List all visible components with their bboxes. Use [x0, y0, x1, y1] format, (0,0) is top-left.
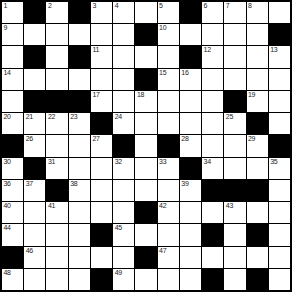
black-cell: [180, 46, 201, 67]
black-cell: [247, 269, 268, 290]
clue-number: 38: [70, 180, 77, 188]
white-cell[interactable]: 34: [202, 158, 223, 179]
white-cell[interactable]: [224, 158, 245, 179]
white-cell[interactable]: [224, 247, 245, 268]
white-cell[interactable]: [180, 224, 201, 245]
clue-number: 15: [159, 69, 166, 77]
black-cell: [2, 135, 23, 156]
white-cell[interactable]: [113, 24, 134, 45]
clue-number: 19: [248, 91, 255, 99]
white-cell[interactable]: [69, 247, 90, 268]
black-cell: [91, 224, 112, 245]
clue-number: 5: [159, 2, 163, 10]
white-cell[interactable]: [69, 202, 90, 223]
clue-number: 43: [226, 202, 233, 210]
clue-number: 13: [270, 46, 277, 54]
black-cell: [69, 46, 90, 67]
white-cell[interactable]: 31: [46, 158, 67, 179]
white-cell[interactable]: 29: [247, 135, 268, 156]
white-cell[interactable]: [69, 224, 90, 245]
white-cell[interactable]: 43: [224, 202, 245, 223]
black-cell: [91, 269, 112, 290]
clue-number: 4: [115, 2, 119, 10]
white-cell[interactable]: 30: [2, 158, 23, 179]
white-cell[interactable]: [158, 91, 179, 112]
white-cell[interactable]: [135, 180, 156, 201]
clue-number: 40: [4, 202, 11, 210]
white-cell[interactable]: 33: [158, 158, 179, 179]
clue-number: 30: [4, 158, 11, 166]
white-cell[interactable]: [135, 135, 156, 156]
white-cell[interactable]: [46, 135, 67, 156]
white-cell[interactable]: [269, 69, 290, 90]
white-cell[interactable]: [180, 91, 201, 112]
clue-number: 16: [181, 69, 188, 77]
white-cell[interactable]: 8: [247, 2, 268, 23]
white-cell[interactable]: [224, 269, 245, 290]
black-cell: [113, 135, 134, 156]
clue-number: 22: [48, 113, 55, 121]
white-cell[interactable]: 23: [69, 113, 90, 134]
white-cell[interactable]: 40: [2, 202, 23, 223]
black-cell: [202, 180, 223, 201]
white-cell[interactable]: [24, 224, 45, 245]
clue-number: 21: [26, 113, 33, 121]
white-cell[interactable]: [269, 2, 290, 23]
clue-number: 29: [248, 135, 255, 143]
black-cell: [247, 180, 268, 201]
white-cell[interactable]: [158, 269, 179, 290]
white-cell[interactable]: [24, 202, 45, 223]
white-cell[interactable]: [113, 91, 134, 112]
white-cell[interactable]: [224, 46, 245, 67]
white-cell[interactable]: [202, 24, 223, 45]
white-cell[interactable]: [224, 24, 245, 45]
white-cell[interactable]: 36: [2, 180, 23, 201]
white-cell[interactable]: [202, 202, 223, 223]
white-cell[interactable]: 7: [224, 2, 245, 23]
clue-number: 14: [4, 69, 11, 77]
white-cell[interactable]: [135, 2, 156, 23]
white-cell[interactable]: [224, 224, 245, 245]
clue-number: 12: [204, 46, 211, 54]
black-cell: [247, 113, 268, 134]
white-cell[interactable]: [91, 158, 112, 179]
white-cell[interactable]: 1: [2, 2, 23, 23]
white-cell[interactable]: [180, 24, 201, 45]
clue-number: 49: [115, 269, 122, 277]
white-cell[interactable]: 44: [2, 224, 23, 245]
white-cell[interactable]: 21: [24, 113, 45, 134]
clue-number: 26: [26, 135, 33, 143]
white-cell[interactable]: 42: [158, 202, 179, 223]
clue-number: 36: [4, 180, 11, 188]
white-cell[interactable]: 32: [113, 158, 134, 179]
white-cell[interactable]: [91, 202, 112, 223]
white-cell[interactable]: [158, 224, 179, 245]
white-cell[interactable]: [46, 247, 67, 268]
black-cell: [180, 2, 201, 23]
white-cell[interactable]: [113, 69, 134, 90]
clue-number: 45: [115, 224, 122, 232]
clue-number: 33: [159, 158, 166, 166]
white-cell[interactable]: [247, 202, 268, 223]
white-cell[interactable]: [224, 135, 245, 156]
white-cell[interactable]: [46, 46, 67, 67]
clue-number: 9: [4, 24, 8, 32]
white-cell[interactable]: [247, 24, 268, 45]
white-cell[interactable]: 46: [24, 247, 45, 268]
white-cell[interactable]: [269, 180, 290, 201]
black-cell: [180, 158, 201, 179]
white-cell[interactable]: 35: [269, 158, 290, 179]
white-cell[interactable]: [24, 69, 45, 90]
white-cell[interactable]: 37: [24, 180, 45, 201]
black-cell: [135, 247, 156, 268]
white-cell[interactable]: [224, 69, 245, 90]
white-cell[interactable]: 39: [180, 180, 201, 201]
white-cell[interactable]: [247, 247, 268, 268]
white-cell[interactable]: [91, 24, 112, 45]
clue-number: 28: [181, 135, 188, 143]
white-cell[interactable]: 20: [2, 113, 23, 134]
white-cell[interactable]: [247, 69, 268, 90]
clue-number: 17: [92, 91, 99, 99]
white-cell[interactable]: 47: [158, 247, 179, 268]
clue-number: 11: [92, 46, 99, 54]
white-cell[interactable]: [113, 46, 134, 67]
clue-number: 41: [48, 202, 55, 210]
black-cell: [24, 158, 45, 179]
white-cell[interactable]: 5: [158, 2, 179, 23]
white-cell[interactable]: [269, 202, 290, 223]
white-cell[interactable]: [202, 69, 223, 90]
black-cell: [269, 24, 290, 45]
white-cell[interactable]: [180, 202, 201, 223]
white-cell[interactable]: [269, 91, 290, 112]
black-cell: [46, 91, 67, 112]
white-cell[interactable]: 6: [202, 2, 223, 23]
clue-number: 37: [26, 180, 33, 188]
black-cell: [247, 224, 268, 245]
white-cell[interactable]: [24, 269, 45, 290]
clue-number: 7: [226, 2, 230, 10]
white-cell[interactable]: 27: [91, 135, 112, 156]
white-cell[interactable]: [91, 69, 112, 90]
white-cell[interactable]: 22: [46, 113, 67, 134]
white-cell[interactable]: [135, 46, 156, 67]
clue-number: 3: [92, 2, 96, 10]
clue-number: 8: [248, 2, 252, 10]
white-cell[interactable]: 28: [180, 135, 201, 156]
black-cell: [158, 135, 179, 156]
clue-number: 1: [4, 2, 8, 10]
white-cell[interactable]: 49: [113, 269, 134, 290]
white-cell[interactable]: 12: [202, 46, 223, 67]
clue-number: 42: [159, 202, 166, 210]
white-cell[interactable]: [69, 158, 90, 179]
white-cell[interactable]: 15: [158, 69, 179, 90]
white-cell[interactable]: [202, 247, 223, 268]
white-cell[interactable]: 11: [91, 46, 112, 67]
black-cell: [269, 135, 290, 156]
white-cell[interactable]: [247, 46, 268, 67]
crossword-board: 1234567891011121314151617181920212223242…: [0, 0, 292, 292]
clue-number: 44: [4, 224, 11, 232]
white-cell[interactable]: [158, 113, 179, 134]
black-cell: [202, 224, 223, 245]
white-cell[interactable]: [2, 46, 23, 67]
white-cell[interactable]: [180, 113, 201, 134]
black-cell: [135, 24, 156, 45]
white-cell[interactable]: [180, 247, 201, 268]
white-cell[interactable]: [158, 180, 179, 201]
white-cell[interactable]: [269, 224, 290, 245]
white-cell[interactable]: [247, 158, 268, 179]
white-cell[interactable]: 4: [113, 2, 134, 23]
black-cell: [69, 2, 90, 23]
white-cell[interactable]: [24, 24, 45, 45]
black-cell: [69, 91, 90, 112]
black-cell: [24, 2, 45, 23]
white-cell[interactable]: 41: [46, 202, 67, 223]
white-cell[interactable]: [135, 158, 156, 179]
white-cell[interactable]: [135, 269, 156, 290]
white-cell[interactable]: [269, 247, 290, 268]
white-cell[interactable]: [135, 224, 156, 245]
clue-number: 6: [204, 2, 208, 10]
white-cell[interactable]: 48: [2, 269, 23, 290]
black-cell: [224, 91, 245, 112]
white-cell[interactable]: [91, 247, 112, 268]
black-cell: [24, 91, 45, 112]
white-cell[interactable]: 17: [91, 91, 112, 112]
white-cell[interactable]: [113, 247, 134, 268]
white-cell[interactable]: 38: [69, 180, 90, 201]
clue-number: 10: [159, 24, 166, 32]
white-cell[interactable]: 26: [24, 135, 45, 156]
white-cell[interactable]: [91, 180, 112, 201]
clue-number: 32: [115, 158, 122, 166]
clue-number: 39: [181, 180, 188, 188]
white-cell[interactable]: [113, 202, 134, 223]
clue-number: 34: [204, 158, 211, 166]
white-cell[interactable]: 13: [269, 46, 290, 67]
white-cell[interactable]: [113, 180, 134, 201]
black-cell: [2, 247, 23, 268]
white-cell[interactable]: [69, 69, 90, 90]
black-cell: [24, 46, 45, 67]
clue-number: 18: [137, 91, 144, 99]
clue-number: 31: [48, 158, 55, 166]
white-cell[interactable]: 14: [2, 69, 23, 90]
white-cell[interactable]: [46, 69, 67, 90]
white-cell[interactable]: [69, 269, 90, 290]
white-cell[interactable]: [202, 135, 223, 156]
white-cell[interactable]: [202, 113, 223, 134]
white-cell[interactable]: 45: [113, 224, 134, 245]
black-cell: [224, 180, 245, 201]
white-cell[interactable]: [69, 24, 90, 45]
white-cell[interactable]: [46, 224, 67, 245]
clue-number: 24: [115, 113, 122, 121]
black-cell: [202, 269, 223, 290]
white-cell[interactable]: 16: [180, 69, 201, 90]
white-cell[interactable]: 2: [46, 2, 67, 23]
white-cell[interactable]: [2, 91, 23, 112]
clue-number: 27: [92, 135, 99, 143]
white-cell[interactable]: [46, 24, 67, 45]
black-cell: [46, 180, 67, 201]
clue-number: 46: [26, 247, 33, 255]
white-cell[interactable]: [46, 269, 67, 290]
black-cell: [91, 113, 112, 134]
black-cell: [135, 69, 156, 90]
clue-number: 23: [70, 113, 77, 121]
clue-number: 25: [226, 113, 233, 121]
white-cell[interactable]: 24: [113, 113, 134, 134]
white-cell[interactable]: [180, 269, 201, 290]
clue-number: 35: [270, 158, 277, 166]
white-cell[interactable]: 18: [135, 91, 156, 112]
clue-number: 48: [4, 269, 11, 277]
white-cell[interactable]: 3: [91, 2, 112, 23]
clue-number: 20: [4, 113, 11, 121]
white-cell[interactable]: [269, 113, 290, 134]
white-cell[interactable]: 9: [2, 24, 23, 45]
clue-number: 47: [159, 247, 166, 255]
white-cell[interactable]: 25: [224, 113, 245, 134]
white-cell[interactable]: 10: [158, 24, 179, 45]
black-cell: [135, 202, 156, 223]
white-cell[interactable]: [135, 113, 156, 134]
white-cell[interactable]: [158, 46, 179, 67]
white-cell[interactable]: 19: [247, 91, 268, 112]
white-cell[interactable]: [69, 135, 90, 156]
white-cell[interactable]: [269, 269, 290, 290]
white-cell[interactable]: [202, 91, 223, 112]
clue-number: 2: [48, 2, 52, 10]
